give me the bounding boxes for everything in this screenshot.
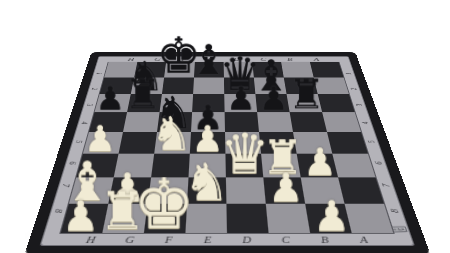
product-photo: HGFEDCBA HGFEDCBA 12345678 12345678 MADE… <box>0 0 450 253</box>
square-h4 <box>89 112 127 132</box>
rank-label: 7 <box>367 180 406 191</box>
square-b5 <box>293 132 332 154</box>
square-c8 <box>266 203 310 232</box>
square-d5 <box>225 132 261 154</box>
square-g7 <box>108 177 151 203</box>
board-grid <box>61 62 393 233</box>
square-f3 <box>160 94 194 112</box>
square-e5 <box>190 132 226 154</box>
square-b7 <box>301 177 345 203</box>
square-f7 <box>148 177 189 203</box>
file-label: E <box>197 56 224 62</box>
square-e1 <box>194 62 224 77</box>
rank-label: 7 <box>47 180 85 191</box>
square-e7 <box>187 177 226 203</box>
square-f8 <box>144 203 187 232</box>
square-c1 <box>252 62 283 77</box>
made-in-label: MADE IN CHINA <box>364 226 408 233</box>
square-b4 <box>290 112 327 132</box>
file-label: E <box>188 232 227 245</box>
square-h1 <box>104 62 137 77</box>
file-labels-near: HGFEDCBA <box>70 232 385 245</box>
file-label: C <box>250 56 277 62</box>
rank-label: 6 <box>55 157 91 167</box>
square-e8 <box>185 203 227 232</box>
square-c5 <box>259 132 297 154</box>
rank-labels-left: 12345678 <box>46 66 107 223</box>
square-b3 <box>287 94 323 112</box>
file-label: D <box>223 56 250 62</box>
file-label: H <box>70 232 112 245</box>
square-f4 <box>157 112 192 132</box>
square-h8 <box>61 203 109 232</box>
file-label: G <box>109 232 150 245</box>
rank-label: 5 <box>62 137 97 146</box>
file-label: B <box>276 56 304 62</box>
square-h2 <box>100 77 135 94</box>
file-label: F <box>170 56 197 62</box>
square-g1 <box>134 62 166 77</box>
rank-label: 8 <box>374 204 415 216</box>
square-a8 <box>345 203 394 232</box>
square-g8 <box>102 203 147 232</box>
square-h6 <box>76 153 118 177</box>
square-c3 <box>255 94 289 112</box>
square-d6 <box>225 153 263 177</box>
square-e2 <box>193 77 224 94</box>
square-e3 <box>192 94 225 112</box>
rank-label: 8 <box>38 204 78 216</box>
square-a5 <box>327 132 368 154</box>
square-g2 <box>131 77 164 94</box>
square-a4 <box>322 112 361 132</box>
square-b1 <box>281 62 314 77</box>
square-d1 <box>224 62 254 77</box>
file-label: G <box>144 56 171 62</box>
square-g3 <box>127 94 162 112</box>
square-d7 <box>226 177 266 203</box>
square-f5 <box>154 132 191 154</box>
file-label: D <box>227 232 267 245</box>
rank-label: 6 <box>360 157 397 167</box>
square-h3 <box>95 94 131 112</box>
file-label: A <box>343 232 385 245</box>
square-a2 <box>314 77 349 94</box>
square-a3 <box>318 94 355 112</box>
chess-board: HGFEDCBA HGFEDCBA 12345678 12345678 MADE… <box>24 52 431 253</box>
file-labels-far: HGFEDCBA <box>117 56 330 62</box>
square-f2 <box>162 77 194 94</box>
file-label: F <box>148 232 188 245</box>
square-c2 <box>254 77 287 94</box>
coordinate-border: HGFEDCBA HGFEDCBA 12345678 12345678 MADE… <box>40 56 415 246</box>
square-g5 <box>119 132 157 154</box>
square-c6 <box>261 153 301 177</box>
board-scene: HGFEDCBA HGFEDCBA 12345678 12345678 MADE… <box>0 0 450 253</box>
square-a1 <box>310 62 344 77</box>
square-g4 <box>123 112 160 132</box>
square-e4 <box>191 112 225 132</box>
square-a6 <box>332 153 375 177</box>
file-label: C <box>266 232 307 245</box>
square-b8 <box>305 203 352 232</box>
file-label: H <box>117 56 145 62</box>
square-c7 <box>263 177 305 203</box>
file-label: A <box>302 56 330 62</box>
square-b6 <box>297 153 338 177</box>
square-f6 <box>151 153 190 177</box>
square-f1 <box>164 62 195 77</box>
square-h5 <box>83 132 123 154</box>
rank-labels-right: 12345678 <box>340 66 407 223</box>
square-d8 <box>226 203 268 232</box>
square-g6 <box>114 153 154 177</box>
square-a7 <box>338 177 384 203</box>
file-label: B <box>304 232 345 245</box>
rank-label: 5 <box>354 137 389 146</box>
square-b2 <box>284 77 318 94</box>
square-d2 <box>224 77 255 94</box>
square-c4 <box>257 112 293 132</box>
square-e6 <box>188 153 225 177</box>
square-d4 <box>225 112 259 132</box>
square-d3 <box>224 94 257 112</box>
square-h7 <box>69 177 114 203</box>
